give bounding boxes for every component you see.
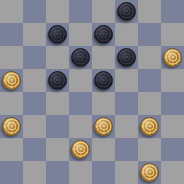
square-g1[interactable] (138, 161, 161, 184)
square-d2[interactable] (69, 138, 92, 161)
black-man-piece[interactable] (94, 25, 113, 44)
square-c5[interactable] (46, 69, 69, 92)
black-man-piece[interactable] (117, 48, 136, 67)
square-g7[interactable] (138, 23, 161, 46)
square-f6[interactable] (115, 46, 138, 69)
square-a3[interactable] (0, 115, 23, 138)
square-f5 (115, 69, 138, 92)
white-man-piece[interactable] (163, 48, 182, 67)
square-c7[interactable] (46, 23, 69, 46)
white-man-piece[interactable] (2, 71, 21, 90)
square-h7 (161, 23, 184, 46)
square-g2 (138, 138, 161, 161)
square-a8 (0, 0, 23, 23)
square-e6 (92, 46, 115, 69)
black-man-piece[interactable] (117, 2, 136, 21)
square-c8 (46, 0, 69, 23)
square-b4[interactable] (23, 92, 46, 115)
white-man-piece[interactable] (2, 117, 21, 136)
square-a7[interactable] (0, 23, 23, 46)
square-f8[interactable] (115, 0, 138, 23)
square-h3 (161, 115, 184, 138)
square-c2 (46, 138, 69, 161)
square-c3[interactable] (46, 115, 69, 138)
square-f1 (115, 161, 138, 184)
checkers-board (0, 0, 184, 184)
square-b8[interactable] (23, 0, 46, 23)
square-b6[interactable] (23, 46, 46, 69)
square-f3 (115, 115, 138, 138)
square-d8[interactable] (69, 0, 92, 23)
square-h6[interactable] (161, 46, 184, 69)
black-man-piece[interactable] (94, 71, 113, 90)
square-d3 (69, 115, 92, 138)
square-e1[interactable] (92, 161, 115, 184)
square-e7[interactable] (92, 23, 115, 46)
white-man-piece[interactable] (94, 117, 113, 136)
square-h1 (161, 161, 184, 184)
square-g4 (138, 92, 161, 115)
black-man-piece[interactable] (48, 25, 67, 44)
square-a2 (0, 138, 23, 161)
square-c6 (46, 46, 69, 69)
square-b3 (23, 115, 46, 138)
square-e4 (92, 92, 115, 115)
square-e8 (92, 0, 115, 23)
square-f2[interactable] (115, 138, 138, 161)
square-d7 (69, 23, 92, 46)
square-e3[interactable] (92, 115, 115, 138)
square-b7 (23, 23, 46, 46)
square-b1 (23, 161, 46, 184)
square-d4[interactable] (69, 92, 92, 115)
square-h2[interactable] (161, 138, 184, 161)
square-g3[interactable] (138, 115, 161, 138)
square-d6[interactable] (69, 46, 92, 69)
square-h8[interactable] (161, 0, 184, 23)
white-man-piece[interactable] (140, 163, 159, 182)
square-h5 (161, 69, 184, 92)
square-g6 (138, 46, 161, 69)
square-b5 (23, 69, 46, 92)
square-d1 (69, 161, 92, 184)
square-a4 (0, 92, 23, 115)
square-c1[interactable] (46, 161, 69, 184)
square-a5[interactable] (0, 69, 23, 92)
black-man-piece[interactable] (71, 48, 90, 67)
square-f7 (115, 23, 138, 46)
white-man-piece[interactable] (140, 117, 159, 136)
square-b2[interactable] (23, 138, 46, 161)
square-e5[interactable] (92, 69, 115, 92)
square-e2 (92, 138, 115, 161)
black-man-piece[interactable] (48, 71, 67, 90)
square-h4[interactable] (161, 92, 184, 115)
white-man-piece[interactable] (71, 140, 90, 159)
square-f4[interactable] (115, 92, 138, 115)
square-c4 (46, 92, 69, 115)
square-g5[interactable] (138, 69, 161, 92)
square-d5 (69, 69, 92, 92)
square-g8 (138, 0, 161, 23)
square-a1[interactable] (0, 161, 23, 184)
square-a6 (0, 46, 23, 69)
